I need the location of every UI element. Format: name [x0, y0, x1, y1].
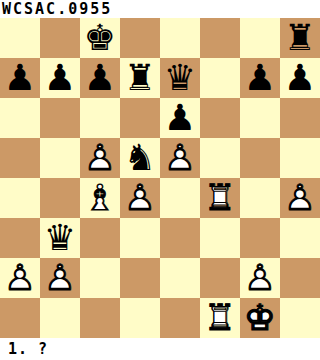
square-e8[interactable]	[160, 18, 200, 58]
square-d8[interactable]	[120, 18, 160, 58]
black-pawn-icon: ♟	[40, 58, 80, 98]
square-g4[interactable]	[240, 178, 280, 218]
square-h2[interactable]	[280, 258, 320, 298]
square-h4[interactable]: ♟♙	[280, 178, 320, 218]
square-b2[interactable]: ♟♙	[40, 258, 80, 298]
white-king-outline-icon: ♔	[240, 298, 280, 338]
square-h8[interactable]: ♜	[280, 18, 320, 58]
black-pawn-icon: ♟	[240, 58, 280, 98]
square-f7[interactable]	[200, 58, 240, 98]
square-d5[interactable]: ♞	[120, 138, 160, 178]
square-g2[interactable]: ♟♙	[240, 258, 280, 298]
black-pawn-icon: ♟	[280, 58, 320, 98]
square-e7[interactable]: ♛	[160, 58, 200, 98]
white-pawn-icon: ♟	[280, 178, 320, 218]
square-f3[interactable]	[200, 218, 240, 258]
white-pawn-icon: ♟	[160, 138, 200, 178]
square-h5[interactable]	[280, 138, 320, 178]
square-e3[interactable]	[160, 218, 200, 258]
square-d3[interactable]	[120, 218, 160, 258]
white-pawn-outline-icon: ♙	[0, 258, 40, 298]
white-pawn-outline-icon: ♙	[120, 178, 160, 218]
white-bishop-outline-icon: ♗	[80, 178, 120, 218]
square-c4[interactable]: ♝♗	[80, 178, 120, 218]
square-f4[interactable]: ♜♖	[200, 178, 240, 218]
white-pawn-outline-icon: ♙	[280, 178, 320, 218]
white-rook-outline-icon: ♖	[200, 298, 240, 338]
square-a5[interactable]	[0, 138, 40, 178]
black-pawn-icon: ♟	[0, 58, 40, 98]
white-pawn-icon: ♟	[240, 258, 280, 298]
square-a8[interactable]	[0, 18, 40, 58]
square-b6[interactable]	[40, 98, 80, 138]
square-c5[interactable]: ♟♙	[80, 138, 120, 178]
square-c2[interactable]	[80, 258, 120, 298]
black-knight-icon: ♞	[120, 138, 160, 178]
square-c6[interactable]	[80, 98, 120, 138]
square-f2[interactable]	[200, 258, 240, 298]
square-f5[interactable]	[200, 138, 240, 178]
square-h3[interactable]	[280, 218, 320, 258]
square-e4[interactable]	[160, 178, 200, 218]
square-g3[interactable]	[240, 218, 280, 258]
square-a6[interactable]	[0, 98, 40, 138]
white-pawn-outline-icon: ♙	[240, 258, 280, 298]
square-a2[interactable]: ♟♙	[0, 258, 40, 298]
black-pawn-icon: ♟	[160, 98, 200, 138]
square-e6[interactable]: ♟	[160, 98, 200, 138]
white-rook-icon: ♜	[200, 298, 240, 338]
square-b4[interactable]	[40, 178, 80, 218]
square-c8[interactable]: ♚	[80, 18, 120, 58]
black-king-icon: ♚	[80, 18, 120, 58]
square-a4[interactable]	[0, 178, 40, 218]
square-d7[interactable]: ♜	[120, 58, 160, 98]
white-pawn-outline-icon: ♙	[80, 138, 120, 178]
square-d2[interactable]	[120, 258, 160, 298]
chess-board: ♚♜♟♟♟♜♛♟♟♟♟♙♞♟♙♝♗♟♙♜♖♟♙♛♟♙♟♙♟♙♜♖♚♔	[0, 18, 320, 338]
black-rook-icon: ♜	[120, 58, 160, 98]
square-c1[interactable]	[80, 298, 120, 338]
square-a1[interactable]	[0, 298, 40, 338]
white-pawn-icon: ♟	[120, 178, 160, 218]
square-e5[interactable]: ♟♙	[160, 138, 200, 178]
black-rook-icon: ♜	[280, 18, 320, 58]
white-pawn-outline-icon: ♙	[40, 258, 80, 298]
square-b1[interactable]	[40, 298, 80, 338]
square-a3[interactable]	[0, 218, 40, 258]
white-pawn-outline-icon: ♙	[160, 138, 200, 178]
square-d1[interactable]	[120, 298, 160, 338]
black-pawn-icon: ♟	[80, 58, 120, 98]
square-h7[interactable]: ♟	[280, 58, 320, 98]
white-pawn-icon: ♟	[80, 138, 120, 178]
square-g6[interactable]	[240, 98, 280, 138]
square-d4[interactable]: ♟♙	[120, 178, 160, 218]
white-king-icon: ♚	[240, 298, 280, 338]
square-b5[interactable]	[40, 138, 80, 178]
square-g5[interactable]	[240, 138, 280, 178]
black-queen-icon: ♛	[40, 218, 80, 258]
square-f1[interactable]: ♜♖	[200, 298, 240, 338]
square-d6[interactable]	[120, 98, 160, 138]
square-g1[interactable]: ♚♔	[240, 298, 280, 338]
square-b7[interactable]: ♟	[40, 58, 80, 98]
white-pawn-icon: ♟	[40, 258, 80, 298]
square-b3[interactable]: ♛	[40, 218, 80, 258]
square-e2[interactable]	[160, 258, 200, 298]
square-g7[interactable]: ♟	[240, 58, 280, 98]
square-c7[interactable]: ♟	[80, 58, 120, 98]
black-queen-icon: ♛	[160, 58, 200, 98]
square-f8[interactable]	[200, 18, 240, 58]
square-c3[interactable]	[80, 218, 120, 258]
white-rook-icon: ♜	[200, 178, 240, 218]
move-prompt: 1. ?	[0, 338, 320, 360]
square-g8[interactable]	[240, 18, 280, 58]
square-a7[interactable]: ♟	[0, 58, 40, 98]
square-h1[interactable]	[280, 298, 320, 338]
square-h6[interactable]	[280, 98, 320, 138]
square-b8[interactable]	[40, 18, 80, 58]
white-pawn-icon: ♟	[0, 258, 40, 298]
square-e1[interactable]	[160, 298, 200, 338]
square-f6[interactable]	[200, 98, 240, 138]
puzzle-id-title: WCSAC.0955	[0, 0, 320, 18]
white-bishop-icon: ♝	[80, 178, 120, 218]
white-rook-outline-icon: ♖	[200, 178, 240, 218]
